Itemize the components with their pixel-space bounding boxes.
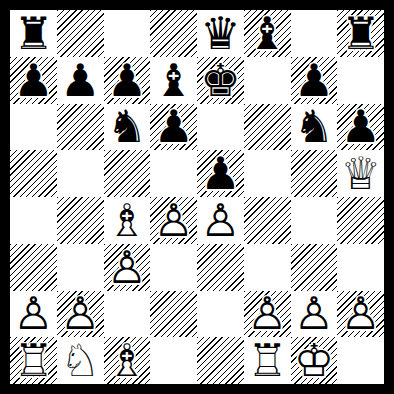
square-e6[interactable] <box>197 104 244 151</box>
black-pawn-icon: ♟ <box>150 104 197 151</box>
square-f5[interactable] <box>244 150 291 197</box>
black-pawn-icon: ♟ <box>104 57 151 104</box>
white-pawn-icon: ♙ <box>10 291 57 338</box>
square-d8[interactable] <box>150 10 197 57</box>
square-b1[interactable]: ♞♘ <box>57 337 104 384</box>
white-rook-icon: ♖ <box>10 337 57 384</box>
square-g6[interactable]: ♞♞ <box>291 104 338 151</box>
square-h2[interactable]: ♟♙ <box>337 291 384 338</box>
square-f4[interactable] <box>244 197 291 244</box>
white-rook[interactable]: ♜♖ <box>10 337 57 384</box>
white-king-icon: ♔ <box>291 337 338 384</box>
black-rook-icon: ♜ <box>10 10 57 57</box>
square-c8[interactable] <box>104 10 151 57</box>
square-e8[interactable]: ♛♛ <box>197 10 244 57</box>
square-c1[interactable]: ♝♗ <box>104 337 151 384</box>
square-f6[interactable] <box>244 104 291 151</box>
square-d6[interactable]: ♟♟ <box>150 104 197 151</box>
black-rook-icon: ♜ <box>337 10 384 57</box>
square-b5[interactable] <box>57 150 104 197</box>
square-a1[interactable]: ♜♖ <box>10 337 57 384</box>
white-pawn-icon: ♙ <box>337 291 384 338</box>
square-c3[interactable]: ♟♙ <box>104 244 151 291</box>
square-b3[interactable] <box>57 244 104 291</box>
white-pawn[interactable]: ♟♙ <box>150 197 197 244</box>
square-h7[interactable] <box>337 57 384 104</box>
white-queen[interactable]: ♛♕ <box>337 150 384 197</box>
white-bishop-icon: ♗ <box>104 197 151 244</box>
square-h4[interactable] <box>337 197 384 244</box>
black-queen-icon: ♛ <box>197 10 244 57</box>
white-pawn[interactable]: ♟♙ <box>10 291 57 338</box>
square-d2[interactable] <box>150 291 197 338</box>
white-rook-icon: ♖ <box>244 337 291 384</box>
square-a3[interactable] <box>10 244 57 291</box>
white-king[interactable]: ♚♔ <box>291 337 338 384</box>
white-pawn[interactable]: ♟♙ <box>197 197 244 244</box>
black-pawn[interactable]: ♟♟ <box>337 104 384 151</box>
black-rook[interactable]: ♜♜ <box>337 10 384 57</box>
black-bishop-icon: ♝ <box>150 57 197 104</box>
square-h3[interactable] <box>337 244 384 291</box>
black-pawn-icon: ♟ <box>10 57 57 104</box>
black-pawn[interactable]: ♟♟ <box>197 150 244 197</box>
square-e1[interactable] <box>197 337 244 384</box>
square-a4[interactable] <box>10 197 57 244</box>
black-bishop-icon: ♝ <box>244 10 291 57</box>
square-d1[interactable] <box>150 337 197 384</box>
square-b2[interactable]: ♟♙ <box>57 291 104 338</box>
white-pawn[interactable]: ♟♙ <box>244 291 291 338</box>
square-e7[interactable]: ♚♚ <box>197 57 244 104</box>
black-rook[interactable]: ♜♜ <box>10 10 57 57</box>
square-b4[interactable] <box>57 197 104 244</box>
square-f8[interactable]: ♝♝ <box>244 10 291 57</box>
square-a5[interactable] <box>10 150 57 197</box>
square-a8[interactable]: ♜♜ <box>10 10 57 57</box>
square-c6[interactable]: ♞♞ <box>104 104 151 151</box>
square-b8[interactable] <box>57 10 104 57</box>
black-king[interactable]: ♚♚ <box>197 57 244 104</box>
square-h6[interactable]: ♟♟ <box>337 104 384 151</box>
square-a6[interactable] <box>10 104 57 151</box>
square-e4[interactable]: ♟♙ <box>197 197 244 244</box>
square-g3[interactable] <box>291 244 338 291</box>
white-pawn[interactable]: ♟♙ <box>57 291 104 338</box>
square-h8[interactable]: ♜♜ <box>337 10 384 57</box>
square-a2[interactable]: ♟♙ <box>10 291 57 338</box>
white-pawn-icon: ♙ <box>57 291 104 338</box>
square-h5[interactable]: ♛♕ <box>337 150 384 197</box>
white-pawn-icon: ♙ <box>150 197 197 244</box>
square-h1[interactable] <box>337 337 384 384</box>
square-f3[interactable] <box>244 244 291 291</box>
square-b6[interactable] <box>57 104 104 151</box>
white-pawn-icon: ♙ <box>197 197 244 244</box>
black-knight-icon: ♞ <box>104 104 151 151</box>
square-g2[interactable]: ♟♙ <box>291 291 338 338</box>
square-f7[interactable] <box>244 57 291 104</box>
square-e5[interactable]: ♟♟ <box>197 150 244 197</box>
white-pawn-icon: ♙ <box>104 244 151 291</box>
white-rook[interactable]: ♜♖ <box>244 337 291 384</box>
square-d7[interactable]: ♝♝ <box>150 57 197 104</box>
square-e2[interactable] <box>197 291 244 338</box>
square-f1[interactable]: ♜♖ <box>244 337 291 384</box>
square-d4[interactable]: ♟♙ <box>150 197 197 244</box>
white-pawn[interactable]: ♟♙ <box>104 244 151 291</box>
chess-board-frame: ♜♜♛♛♝♝♜♜♟♟♟♟♟♟♝♝♚♚♟♟♞♞♟♟♞♞♟♟♟♟♛♕♝♗♟♙♟♙♟♙… <box>0 0 394 394</box>
white-pawn-icon: ♙ <box>291 291 338 338</box>
square-g7[interactable]: ♟♟ <box>291 57 338 104</box>
square-b7[interactable]: ♟♟ <box>57 57 104 104</box>
black-pawn[interactable]: ♟♟ <box>104 57 151 104</box>
square-g5[interactable] <box>291 150 338 197</box>
black-pawn-icon: ♟ <box>57 57 104 104</box>
white-knight[interactable]: ♞♘ <box>57 337 104 384</box>
black-pawn[interactable]: ♟♟ <box>150 104 197 151</box>
white-bishop[interactable]: ♝♗ <box>104 337 151 384</box>
black-knight[interactable]: ♞♞ <box>104 104 151 151</box>
black-pawn-icon: ♟ <box>291 57 338 104</box>
black-bishop[interactable]: ♝♝ <box>244 10 291 57</box>
square-g8[interactable] <box>291 10 338 57</box>
white-pawn[interactable]: ♟♙ <box>291 291 338 338</box>
square-c4[interactable]: ♝♗ <box>104 197 151 244</box>
black-king-icon: ♚ <box>197 57 244 104</box>
black-pawn[interactable]: ♟♟ <box>291 57 338 104</box>
white-queen-icon: ♕ <box>337 150 384 197</box>
white-pawn-icon: ♙ <box>244 291 291 338</box>
black-bishop[interactable]: ♝♝ <box>150 57 197 104</box>
white-bishop-icon: ♗ <box>104 337 151 384</box>
white-bishop[interactable]: ♝♗ <box>104 197 151 244</box>
square-g1[interactable]: ♚♔ <box>291 337 338 384</box>
square-f2[interactable]: ♟♙ <box>244 291 291 338</box>
black-pawn-icon: ♟ <box>337 104 384 151</box>
square-c2[interactable] <box>104 291 151 338</box>
black-knight[interactable]: ♞♞ <box>291 104 338 151</box>
black-knight-icon: ♞ <box>291 104 338 151</box>
black-queen[interactable]: ♛♛ <box>197 10 244 57</box>
square-g4[interactable] <box>291 197 338 244</box>
black-pawn[interactable]: ♟♟ <box>10 57 57 104</box>
square-e3[interactable] <box>197 244 244 291</box>
square-a7[interactable]: ♟♟ <box>10 57 57 104</box>
square-d5[interactable] <box>150 150 197 197</box>
square-d3[interactable] <box>150 244 197 291</box>
white-knight-icon: ♘ <box>57 337 104 384</box>
black-pawn-icon: ♟ <box>197 150 244 197</box>
white-pawn[interactable]: ♟♙ <box>337 291 384 338</box>
black-pawn[interactable]: ♟♟ <box>57 57 104 104</box>
square-c7[interactable]: ♟♟ <box>104 57 151 104</box>
chess-board: ♜♜♛♛♝♝♜♜♟♟♟♟♟♟♝♝♚♚♟♟♞♞♟♟♞♞♟♟♟♟♛♕♝♗♟♙♟♙♟♙… <box>10 10 384 384</box>
square-c5[interactable] <box>104 150 151 197</box>
